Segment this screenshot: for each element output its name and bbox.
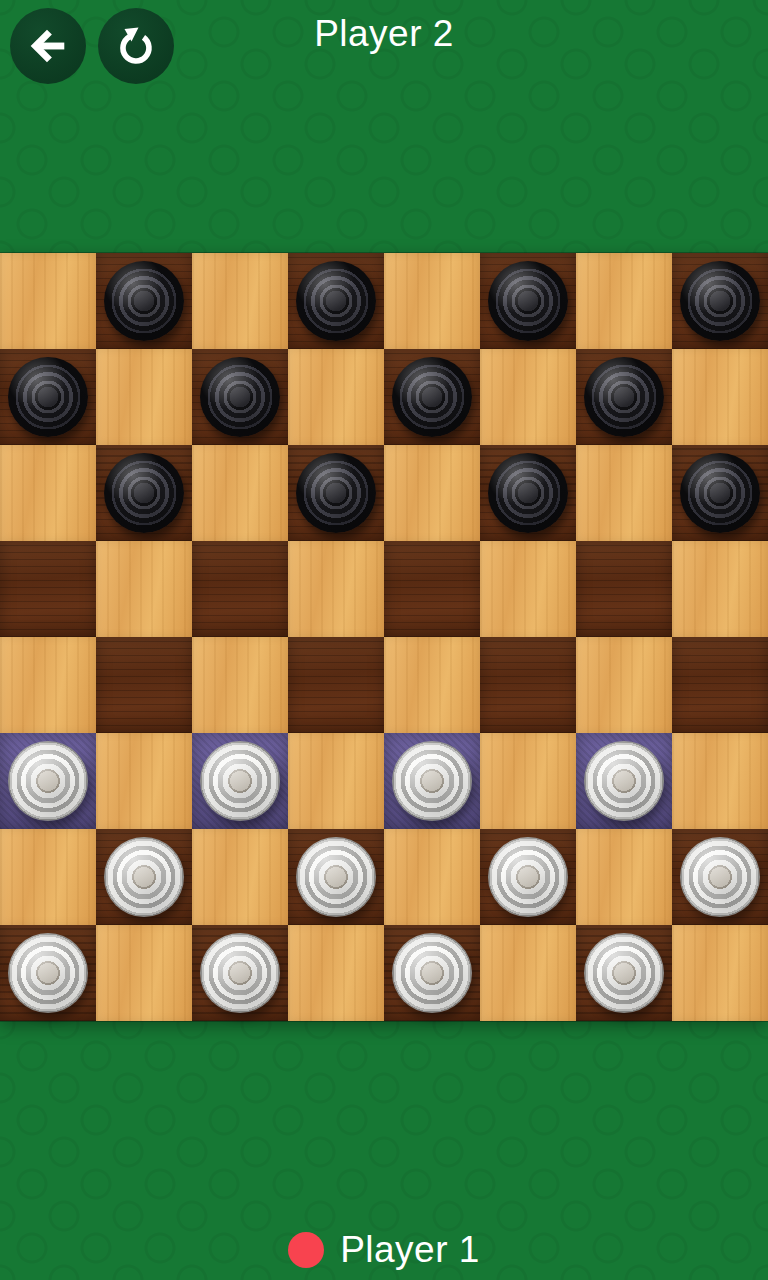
board-square-r3c4[interactable]	[384, 541, 480, 637]
board-square-r4c4[interactable]	[384, 637, 480, 733]
board-square-r6c6[interactable]	[576, 829, 672, 925]
turn-dot	[288, 1232, 324, 1268]
board-square-r6c3[interactable]	[288, 829, 384, 925]
board-square-r5c4[interactable]	[384, 733, 480, 829]
board-square-r2c6[interactable]	[576, 445, 672, 541]
white-piece[interactable]	[584, 741, 664, 821]
white-piece[interactable]	[488, 837, 568, 917]
board-square-r6c5[interactable]	[480, 829, 576, 925]
board-square-r5c1[interactable]	[96, 733, 192, 829]
board-square-r7c3[interactable]	[288, 925, 384, 1021]
board	[0, 253, 768, 1021]
black-piece[interactable]	[296, 453, 376, 533]
black-piece[interactable]	[488, 453, 568, 533]
app-screen: Player 2 Player 1	[0, 0, 768, 1280]
white-piece[interactable]	[8, 741, 88, 821]
board-square-r3c2[interactable]	[192, 541, 288, 637]
board-square-r2c3[interactable]	[288, 445, 384, 541]
board-square-r1c6[interactable]	[576, 349, 672, 445]
board-square-r7c6[interactable]	[576, 925, 672, 1021]
black-piece[interactable]	[680, 453, 760, 533]
board-square-r2c1[interactable]	[96, 445, 192, 541]
black-piece[interactable]	[296, 261, 376, 341]
board-square-r7c5[interactable]	[480, 925, 576, 1021]
white-piece[interactable]	[200, 933, 280, 1013]
board-square-r5c3[interactable]	[288, 733, 384, 829]
board-square-r2c5[interactable]	[480, 445, 576, 541]
board-square-r2c4[interactable]	[384, 445, 480, 541]
board-square-r1c1[interactable]	[96, 349, 192, 445]
board-square-r4c6[interactable]	[576, 637, 672, 733]
white-piece[interactable]	[200, 741, 280, 821]
board-square-r5c2[interactable]	[192, 733, 288, 829]
black-piece[interactable]	[680, 261, 760, 341]
white-piece[interactable]	[680, 837, 760, 917]
turn-indicator: Player 1	[0, 1228, 768, 1272]
board-square-r0c7[interactable]	[672, 253, 768, 349]
board-square-r7c2[interactable]	[192, 925, 288, 1021]
board-square-r5c0[interactable]	[0, 733, 96, 829]
white-piece[interactable]	[392, 741, 472, 821]
board-square-r0c4[interactable]	[384, 253, 480, 349]
board-square-r5c7[interactable]	[672, 733, 768, 829]
board-square-r2c7[interactable]	[672, 445, 768, 541]
board-square-r2c2[interactable]	[192, 445, 288, 541]
board-square-r5c6[interactable]	[576, 733, 672, 829]
board-square-r7c1[interactable]	[96, 925, 192, 1021]
board-square-r3c5[interactable]	[480, 541, 576, 637]
opponent-name-label: Player 2	[0, 13, 768, 55]
board-square-r7c7[interactable]	[672, 925, 768, 1021]
white-piece[interactable]	[296, 837, 376, 917]
board-square-r6c1[interactable]	[96, 829, 192, 925]
board-square-r1c2[interactable]	[192, 349, 288, 445]
board-square-r1c3[interactable]	[288, 349, 384, 445]
board-square-r5c5[interactable]	[480, 733, 576, 829]
board-square-r4c0[interactable]	[0, 637, 96, 733]
board-square-r0c3[interactable]	[288, 253, 384, 349]
board-square-r0c1[interactable]	[96, 253, 192, 349]
white-piece[interactable]	[392, 933, 472, 1013]
white-piece[interactable]	[104, 837, 184, 917]
board-square-r0c6[interactable]	[576, 253, 672, 349]
black-piece[interactable]	[200, 357, 280, 437]
board-square-r4c2[interactable]	[192, 637, 288, 733]
board-square-r1c0[interactable]	[0, 349, 96, 445]
board-square-r3c3[interactable]	[288, 541, 384, 637]
board-square-r6c7[interactable]	[672, 829, 768, 925]
current-player-label: Player 1	[340, 1229, 480, 1271]
black-piece[interactable]	[392, 357, 472, 437]
black-piece[interactable]	[488, 261, 568, 341]
black-piece[interactable]	[104, 261, 184, 341]
board-square-r4c3[interactable]	[288, 637, 384, 733]
board-square-r7c0[interactable]	[0, 925, 96, 1021]
board-square-r7c4[interactable]	[384, 925, 480, 1021]
board-square-r4c7[interactable]	[672, 637, 768, 733]
board-square-r6c4[interactable]	[384, 829, 480, 925]
board-square-r3c1[interactable]	[96, 541, 192, 637]
board-square-r0c5[interactable]	[480, 253, 576, 349]
board-square-r3c7[interactable]	[672, 541, 768, 637]
board-square-r1c7[interactable]	[672, 349, 768, 445]
board-square-r0c0[interactable]	[0, 253, 96, 349]
board-square-r6c0[interactable]	[0, 829, 96, 925]
board-square-r0c2[interactable]	[192, 253, 288, 349]
board-square-r6c2[interactable]	[192, 829, 288, 925]
board-square-r3c6[interactable]	[576, 541, 672, 637]
black-piece[interactable]	[8, 357, 88, 437]
white-piece[interactable]	[584, 933, 664, 1013]
white-piece[interactable]	[8, 933, 88, 1013]
board-square-r1c5[interactable]	[480, 349, 576, 445]
board-square-r3c0[interactable]	[0, 541, 96, 637]
black-piece[interactable]	[584, 357, 664, 437]
board-square-r2c0[interactable]	[0, 445, 96, 541]
board-square-r4c1[interactable]	[96, 637, 192, 733]
black-piece[interactable]	[104, 453, 184, 533]
board-square-r4c5[interactable]	[480, 637, 576, 733]
board-square-r1c4[interactable]	[384, 349, 480, 445]
